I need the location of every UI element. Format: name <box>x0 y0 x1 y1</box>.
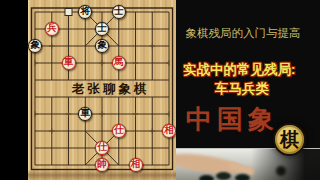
brand-calligraphy: 中国象 <box>186 102 279 137</box>
episode-title-line1: 实战中的常见残局: <box>183 60 296 79</box>
piece-red-chariot: 車 <box>62 56 76 70</box>
river-watermark-text: 老张聊象棋 <box>72 81 172 98</box>
piece-red-elephant: 相 <box>129 158 143 172</box>
piece-black-advisor: 士 <box>95 22 109 36</box>
xiangqi-board: 老张聊象棋 将士士兵象象車馬車仕相仕帥相 <box>28 0 176 180</box>
piece-red-horse: 馬 <box>112 56 126 70</box>
piece-red-elephant: 相 <box>162 124 176 138</box>
piece-red-general: 帥 <box>95 158 109 172</box>
series-subtitle: 象棋残局的入门与提高 <box>180 26 306 41</box>
piece-red-advisor: 仕 <box>95 141 109 155</box>
blurred-pieces <box>216 172 231 180</box>
title-panel: 象棋残局的入门与提高 实战中的常见残局: 车马兵类 中国象 棋 <box>176 0 320 180</box>
thumbnail: 老张聊象棋 将士士兵象象車馬車仕相仕帥相 象棋残局的入门与提高 实战中的常见残局… <box>0 0 320 180</box>
piece-black-advisor: 士 <box>112 5 126 19</box>
piece-red-soldier: 兵 <box>45 22 59 36</box>
last-move-marker <box>65 9 72 16</box>
piece-black-elephant: 象 <box>95 39 109 53</box>
golden-qi-piece-icon: 棋 <box>273 123 306 156</box>
piece-red-advisor: 仕 <box>112 124 126 138</box>
episode-title-line2: 车马兵类 <box>215 79 296 98</box>
piece-black-elephant: 象 <box>28 39 42 53</box>
episode-title: 实战中的常见残局: 车马兵类 <box>183 60 296 98</box>
